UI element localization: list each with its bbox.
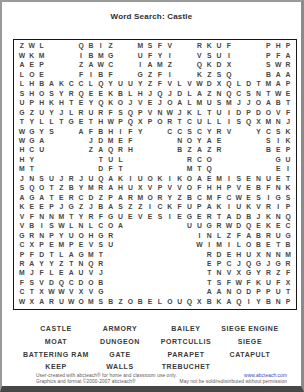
grid-cell: W — [17, 137, 27, 146]
grid-cell: V — [165, 184, 175, 193]
grid-cell: O — [145, 193, 155, 202]
grid-cell: E — [244, 175, 254, 184]
grid-cell: K — [214, 203, 224, 212]
grid-cell — [66, 42, 76, 51]
grid-cell: M — [155, 61, 165, 70]
grid-cell: Q — [224, 89, 234, 98]
grid-cell: I — [224, 51, 234, 60]
grid-cell: J — [96, 269, 106, 278]
footer-legal: www.abcteach.com May not be sold/redistr… — [180, 373, 287, 385]
grid-cell — [145, 231, 155, 240]
grid-cell: V — [135, 212, 145, 221]
grid-cell: E — [76, 99, 86, 108]
grid-cell — [145, 260, 155, 269]
grid-cell: G — [17, 108, 27, 117]
grid-cell — [244, 137, 254, 146]
grid-cell: S — [283, 193, 293, 202]
grid-cell: E — [273, 175, 283, 184]
grid-cell: F — [27, 250, 37, 259]
grid-cell — [155, 241, 165, 250]
grid-cell: T — [47, 193, 57, 202]
grid-cell — [47, 137, 57, 146]
grid-cell — [66, 51, 76, 60]
grid-cell — [155, 279, 165, 288]
grid-cell — [145, 279, 155, 288]
grid-cell: F — [234, 231, 244, 240]
grid-cell — [175, 288, 185, 297]
grid-cell: H — [214, 184, 224, 193]
grid-cell: F — [37, 269, 47, 278]
grid-cell: M — [263, 118, 273, 127]
grid-cell — [194, 288, 204, 297]
grid-cell: C — [194, 156, 204, 165]
grid-cell: E — [56, 269, 66, 278]
grid-cell: P — [254, 288, 264, 297]
grid-cell: G — [96, 288, 106, 297]
grid-cell: H — [125, 146, 135, 155]
grid-cell: O — [165, 298, 175, 307]
grid-cell: C — [175, 127, 185, 136]
grid-cell: N — [273, 212, 283, 221]
grid-cell: D — [96, 137, 106, 146]
grid-cell: Q — [204, 165, 214, 174]
grid-cell: A — [283, 70, 293, 79]
grid-cell: U — [76, 269, 86, 278]
grid-cell: U — [56, 298, 66, 307]
grid-cell: M — [135, 42, 145, 51]
grid-cell: L — [204, 118, 214, 127]
grid-cell: Z — [76, 203, 86, 212]
grid-cell: Q — [76, 89, 86, 98]
grid-cell: S — [27, 279, 37, 288]
grid-cell: R — [47, 298, 57, 307]
grid-cell: I — [273, 137, 283, 146]
grid-cell: X — [234, 269, 244, 278]
grid-cell: J — [76, 175, 86, 184]
grid-cell: U — [125, 184, 135, 193]
grid-cell: K — [106, 89, 116, 98]
grid-cell — [56, 156, 66, 165]
grid-cell — [165, 250, 175, 259]
grid-cell: E — [27, 203, 37, 212]
grid-cell — [175, 241, 185, 250]
grid-cell: K — [47, 99, 57, 108]
footer-credit-line2: Graphics and format ©2000-2007 abcteach® — [36, 379, 136, 384]
grid-cell — [125, 156, 135, 165]
grid-cell: R — [214, 222, 224, 231]
grid-cell — [86, 165, 96, 174]
grid-cell: K — [56, 80, 66, 89]
word-item: CASTLE — [23, 323, 89, 336]
grid-cell: H — [86, 231, 96, 240]
grid-cell: G — [204, 222, 214, 231]
grid-cell: U — [37, 146, 47, 155]
grid-cell: V — [165, 80, 175, 89]
grid-cell: K — [175, 175, 185, 184]
grid-cell: X — [27, 241, 37, 250]
grid-cell: V — [135, 99, 145, 108]
grid-cell — [106, 269, 116, 278]
grid-cell — [66, 165, 76, 174]
word-item: BAILEY — [161, 323, 212, 336]
grid-cell: X — [135, 118, 145, 127]
grid-cell: R — [86, 212, 96, 221]
grid-cell: U — [263, 279, 273, 288]
grid-cell: L — [66, 108, 76, 117]
grid-cell — [244, 127, 254, 136]
grid-cell: N — [254, 89, 264, 98]
grid-cell: G — [27, 127, 37, 136]
grid-cell: Z — [204, 146, 214, 155]
word-list-column: SIEGE ENGINESIEGECATAPULT — [221, 323, 278, 361]
grid-cell: G — [27, 193, 37, 202]
grid-cell — [86, 156, 96, 165]
grid-cell: U — [106, 156, 116, 165]
grid-cell: O — [263, 108, 273, 117]
grid-cell: O — [185, 137, 195, 146]
grid-cell: L — [116, 156, 126, 165]
grid-cell — [135, 231, 145, 240]
grid-cell: Q — [86, 260, 96, 269]
grid-cell — [254, 42, 264, 51]
grid-cell: I — [263, 193, 273, 202]
grid-cell — [165, 146, 175, 155]
grid-cell: E — [37, 70, 47, 79]
grid-cell: F — [283, 108, 293, 117]
grid-cell: I — [224, 118, 234, 127]
grid-cell: R — [76, 108, 86, 117]
grid-cell: D — [244, 80, 254, 89]
grid-cell: C — [155, 203, 165, 212]
grid-cell: S — [145, 42, 155, 51]
grid-cell: W — [224, 222, 234, 231]
grid-cell: F — [175, 203, 185, 212]
grid-cell — [145, 288, 155, 297]
grid-cell: O — [254, 99, 264, 108]
grid-cell: Y — [135, 80, 145, 89]
grid-cell: T — [96, 156, 106, 165]
grid-cell: Y — [56, 231, 66, 240]
grid-cell — [125, 250, 135, 259]
grid-cell: X — [283, 279, 293, 288]
word-item: SIEGE ENGINE — [221, 323, 278, 336]
grid-cell: T — [27, 165, 37, 174]
grid-cell: E — [224, 250, 234, 259]
grid-cell: P — [283, 298, 293, 307]
grid-cell — [194, 279, 204, 288]
grid-cell — [254, 146, 264, 155]
grid-cell: I — [76, 51, 86, 60]
grid-cell — [165, 222, 175, 231]
grid-cell: A — [194, 175, 204, 184]
grid-cell: P — [263, 42, 273, 51]
grid-cell: J — [145, 89, 155, 98]
grid-cell: O — [155, 118, 165, 127]
grid-cell: T — [204, 269, 214, 278]
grid-cell: J — [244, 99, 254, 108]
grid-cell: A — [214, 288, 224, 297]
grid-cell: F — [125, 127, 135, 136]
grid-cell — [116, 231, 126, 240]
grid-cell: E — [76, 241, 86, 250]
grid-cell: R — [263, 231, 273, 240]
grid-cell — [263, 156, 273, 165]
grid-cell: T — [283, 175, 293, 184]
grid-cell: S — [155, 212, 165, 221]
grid-cell: O — [165, 99, 175, 108]
grid-cell: L — [234, 80, 244, 89]
grid-cell: F — [125, 137, 135, 146]
grid-cell: B — [96, 127, 106, 136]
grid-cell: F — [263, 184, 273, 193]
grid-cell: P — [37, 241, 47, 250]
grid-cell: T — [204, 279, 214, 288]
grid-cell: U — [116, 80, 126, 89]
grid-cell: P — [283, 146, 293, 155]
grid-cell: C — [224, 193, 234, 202]
grid-cell — [135, 165, 145, 174]
grid-cell: U — [175, 298, 185, 307]
grid-cell: T — [273, 241, 283, 250]
grid-cell: Z — [135, 203, 145, 212]
grid-cell: Z — [106, 42, 116, 51]
grid-cell — [175, 260, 185, 269]
grid-cell — [185, 51, 195, 60]
grid-cell: P — [37, 61, 47, 70]
grid-cell: B — [66, 184, 76, 193]
grid-cell: E — [254, 222, 264, 231]
grid-cell: R — [283, 61, 293, 70]
grid-cell: W — [17, 127, 27, 136]
grid-cell: E — [145, 212, 155, 221]
grid-cell: I — [283, 165, 293, 174]
grid-cell: X — [135, 184, 145, 193]
grid-cell: K — [155, 175, 165, 184]
grid-cell: E — [37, 203, 47, 212]
grid-cell — [175, 231, 185, 240]
grid-cell: U — [66, 231, 76, 240]
grid-cell: P — [194, 203, 204, 212]
grid-cell: M — [263, 80, 273, 89]
grid-cell — [56, 165, 66, 174]
grid-cell: P — [27, 99, 37, 108]
grid-cell: F — [106, 70, 116, 79]
grid-cell: V — [224, 269, 234, 278]
grid-cell: Z — [56, 184, 66, 193]
grid-cell — [135, 279, 145, 288]
grid-cell: H — [17, 156, 27, 165]
grid-cell: R — [214, 127, 224, 136]
grid-cell — [234, 146, 244, 155]
grid-cell: Y — [27, 156, 37, 165]
grid-cell: K — [27, 51, 37, 60]
grid-cell: B — [106, 298, 116, 307]
grid-cell: M — [214, 175, 224, 184]
grid-cell: D — [175, 89, 185, 98]
grid-cell: Y — [47, 260, 57, 269]
grid-cell — [165, 241, 175, 250]
grid-cell: Q — [244, 118, 254, 127]
grid-cell: U — [185, 222, 195, 231]
grid-cell: D — [214, 61, 224, 70]
grid-cell: L — [37, 42, 47, 51]
grid-cell: K — [204, 42, 214, 51]
grid-cell: J — [86, 203, 96, 212]
grid-cell: J — [17, 175, 27, 184]
grid-cell: I — [224, 203, 234, 212]
grid-cell: R — [106, 231, 116, 240]
grid-cell — [56, 42, 66, 51]
grid-cell: N — [37, 231, 47, 240]
grid-cell: Y — [204, 127, 214, 136]
grid-cell: S — [116, 108, 126, 117]
grid-cell: A — [37, 298, 47, 307]
grid-cell: B — [263, 146, 273, 155]
grid-cell — [175, 165, 185, 174]
grid-cell: B — [263, 70, 273, 79]
grid-cell — [244, 42, 254, 51]
grid-cell: R — [96, 108, 106, 117]
grid-cell: Y — [37, 127, 47, 136]
grid-cell: M — [194, 99, 204, 108]
grid-cell: C — [263, 127, 273, 136]
grid-cell: V — [66, 288, 76, 297]
grid-cell — [214, 165, 224, 174]
grid-cell: J — [56, 175, 66, 184]
grid-cell: T — [17, 118, 27, 127]
grid-cell: M — [214, 241, 224, 250]
grid-cell: W — [17, 298, 27, 307]
grid-cell: B — [283, 241, 293, 250]
grid-cell: R — [263, 203, 273, 212]
grid-cell: E — [175, 212, 185, 221]
grid-cell: M — [96, 51, 106, 60]
grid-cell — [145, 137, 155, 146]
grid-cell — [155, 260, 165, 269]
grid-cell: F — [27, 212, 37, 221]
grid-cell: H — [27, 89, 37, 98]
grid-cell: G — [66, 203, 76, 212]
grid-cell: O — [27, 70, 37, 79]
grid-cell — [106, 288, 116, 297]
grid-cell: S — [263, 61, 273, 70]
grid-cell: X — [214, 80, 224, 89]
grid-cell: O — [86, 279, 96, 288]
grid-cell: C — [17, 241, 27, 250]
grid-cell: O — [106, 222, 116, 231]
grid-cell: E — [27, 61, 37, 70]
grid-cell: E — [273, 165, 283, 174]
grid-cell: E — [263, 241, 273, 250]
grid-cell: E — [283, 89, 293, 98]
grid-cell: U — [185, 203, 195, 212]
footer-legal-line: May not be sold/redistributed without pe… — [180, 379, 287, 384]
grid-cell: V — [185, 80, 195, 89]
grid-cell: T — [254, 80, 264, 89]
grid-cell: S — [263, 137, 273, 146]
grid-cell — [125, 51, 135, 60]
grid-cell: G — [27, 137, 37, 146]
grid-cell: T — [47, 250, 57, 259]
grid-cell: Y — [155, 51, 165, 60]
footer-credit-line1: User-created with abcteach® for home and… — [36, 373, 177, 378]
grid-cell: X — [37, 288, 47, 297]
grid-cell — [234, 42, 244, 51]
grid-cell: U — [125, 80, 135, 89]
grid-cell — [135, 288, 145, 297]
grid-cell: V — [224, 127, 234, 136]
worksheet-page: Word Search: Castle ZWLQBIZMSFVRKUFPHPWK… — [0, 0, 304, 392]
grid-cell: J — [234, 260, 244, 269]
grid-cell: M — [17, 269, 27, 278]
grid-cell — [185, 288, 195, 297]
grid-cell: S — [234, 175, 244, 184]
grid-cell: L — [86, 80, 96, 89]
grid-cell: F — [155, 80, 165, 89]
grid-cell: O — [244, 241, 254, 250]
grid-cell — [37, 156, 47, 165]
grid-cell — [254, 61, 264, 70]
grid-cell: Z — [17, 42, 27, 51]
grid-cell: Y — [27, 118, 37, 127]
grid-cell: B — [116, 89, 126, 98]
word-list-column: ARMORYDUNGEONGATEWALLS — [100, 323, 140, 374]
grid-cell: Z — [224, 231, 234, 240]
grid-cell — [47, 156, 57, 165]
grid-cell: T — [194, 165, 204, 174]
grid-cell: V — [17, 222, 27, 231]
grid-cell: R — [66, 175, 76, 184]
grid-cell: U — [283, 156, 293, 165]
grid-cell: X — [76, 288, 86, 297]
grid-cell: K — [165, 203, 175, 212]
grid-cell: L — [125, 89, 135, 98]
grid-cell: F — [155, 70, 165, 79]
grid-cell: D — [254, 108, 264, 117]
grid-cell: O — [185, 184, 195, 193]
grid-cell: I — [116, 127, 126, 136]
grid-cell: W — [27, 42, 37, 51]
grid-cell — [56, 70, 66, 79]
grid-cell: U — [263, 175, 273, 184]
grid-cell: T — [27, 288, 37, 297]
grid-cell: O — [37, 89, 47, 98]
grid-cell: B — [185, 193, 195, 202]
grid-cell — [145, 146, 155, 155]
grid-cell: B — [86, 42, 96, 51]
grid-cell: K — [194, 70, 204, 79]
grid-cell: W — [273, 61, 283, 70]
grid-cell — [244, 165, 254, 174]
word-item: MOAT — [23, 336, 89, 349]
grid-cell: S — [17, 89, 27, 98]
grid-cell: N — [37, 212, 47, 221]
grid-cell: N — [76, 222, 86, 231]
grid-cell: A — [96, 146, 106, 155]
grid-cell: F — [96, 212, 106, 221]
grid-cell: A — [116, 193, 126, 202]
grid-cell: S — [47, 89, 57, 98]
grid-cell — [66, 61, 76, 70]
grid-cell: B — [96, 279, 106, 288]
grid-cell: G — [273, 260, 283, 269]
grid-cell — [165, 288, 175, 297]
grid-cell — [165, 231, 175, 240]
grid-cell — [165, 269, 175, 278]
grid-cell: M — [224, 99, 234, 108]
grid-cell: B — [254, 231, 264, 240]
grid-cell — [125, 61, 135, 70]
